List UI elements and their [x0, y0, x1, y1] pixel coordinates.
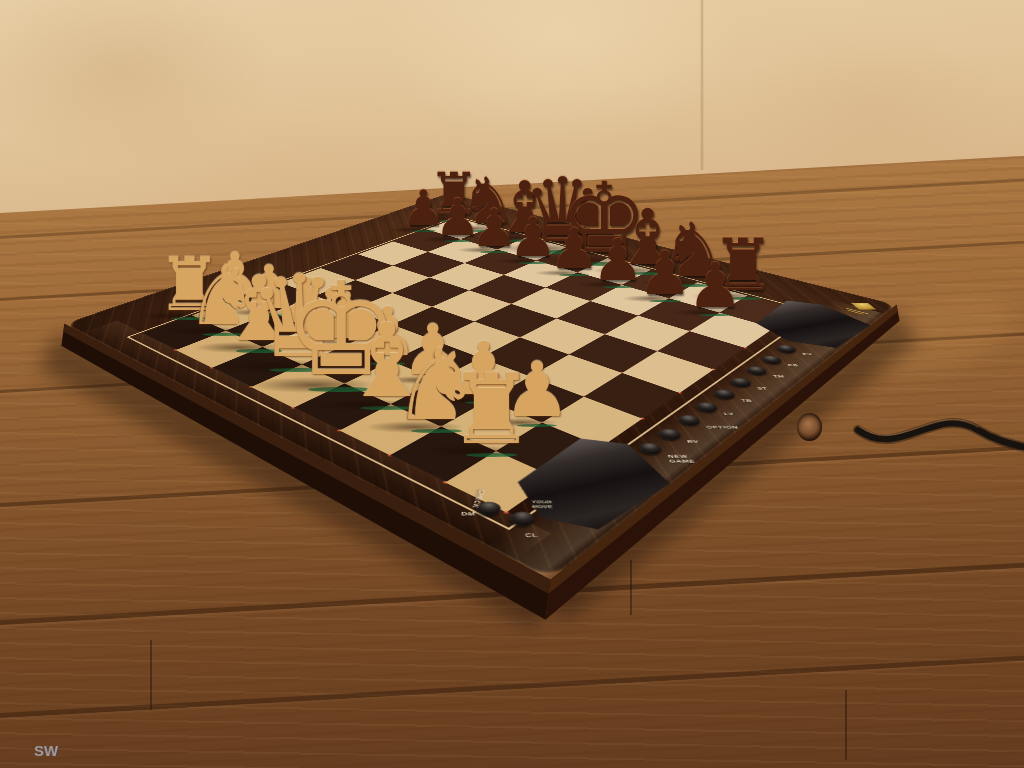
watermark-sw: SW [34, 742, 58, 759]
piece-white-rook-h1[interactable]: ♜ [443, 361, 540, 458]
piece-black-pawn-h7[interactable]: ♟ [684, 255, 746, 317]
pieces-layer: ♜♞♝♛♚♝♞♜♟♟♟♟♟♟♟♟♟♟♟♟♟♟♟♟♜♞♝♛♚♝♞♜ [0, 0, 1024, 768]
black-pawn-icon: ♟ [687, 255, 743, 317]
photo-scene: NEW GAMERVOPTIONLVTBSTTMPBPV DM CL CHECK… [0, 0, 1024, 768]
white-rook-icon: ♜ [448, 361, 535, 458]
